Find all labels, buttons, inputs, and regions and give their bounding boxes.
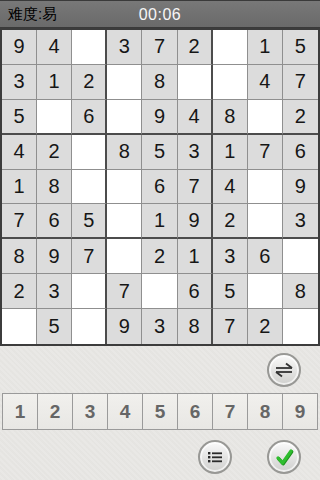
cell-r1c7[interactable] — [213, 30, 248, 65]
cell-r5c1[interactable]: 1 — [2, 170, 37, 205]
cell-r1c5[interactable]: 7 — [142, 30, 177, 65]
sudoku-board: 9437215312847569482428531761867497651923… — [0, 28, 320, 346]
numpad-key-4[interactable]: 4 — [108, 394, 143, 429]
cell-r4c9[interactable]: 6 — [283, 135, 318, 170]
cell-r7c5[interactable]: 2 — [142, 239, 177, 274]
numpad-key-3[interactable]: 3 — [73, 394, 108, 429]
cell-r8c8[interactable] — [248, 274, 283, 309]
numpad-key-1[interactable]: 1 — [3, 394, 38, 429]
cell-r5c2[interactable]: 8 — [37, 170, 72, 205]
cell-r9c8[interactable]: 2 — [248, 309, 283, 344]
cell-r2c9[interactable]: 7 — [283, 65, 318, 100]
cell-r4c8[interactable]: 7 — [248, 135, 283, 170]
cell-r7c7[interactable]: 3 — [213, 239, 248, 274]
cell-r5c3[interactable] — [72, 170, 107, 205]
cell-r4c3[interactable] — [72, 135, 107, 170]
confirm-button[interactable] — [267, 440, 301, 474]
cell-r4c7[interactable]: 1 — [213, 135, 248, 170]
cell-r5c4[interactable] — [107, 170, 142, 205]
cell-r6c1[interactable]: 7 — [2, 204, 37, 239]
numpad-key-5[interactable]: 5 — [143, 394, 178, 429]
cell-r3c3[interactable]: 6 — [72, 100, 107, 135]
numpad-key-2[interactable]: 2 — [38, 394, 73, 429]
numpad-key-8[interactable]: 8 — [248, 394, 283, 429]
cell-r5c8[interactable] — [248, 170, 283, 205]
cell-r8c4[interactable]: 7 — [107, 274, 142, 309]
cell-r6c8[interactable] — [248, 204, 283, 239]
swap-arrows-icon — [273, 359, 295, 381]
number-pad: 123456789 — [2, 393, 318, 430]
cell-r1c6[interactable]: 2 — [178, 30, 213, 65]
cell-r9c7[interactable]: 7 — [213, 309, 248, 344]
cell-r3c4[interactable] — [107, 100, 142, 135]
cell-r3c7[interactable]: 8 — [213, 100, 248, 135]
cell-r7c6[interactable]: 1 — [178, 239, 213, 274]
cell-r9c1[interactable] — [2, 309, 37, 344]
cell-r8c3[interactable] — [72, 274, 107, 309]
cell-r7c3[interactable]: 7 — [72, 239, 107, 274]
cell-r6c3[interactable]: 5 — [72, 204, 107, 239]
cell-r2c3[interactable]: 2 — [72, 65, 107, 100]
cell-r1c9[interactable]: 5 — [283, 30, 318, 65]
cell-r6c9[interactable]: 3 — [283, 204, 318, 239]
cell-r8c9[interactable]: 8 — [283, 274, 318, 309]
cell-r6c2[interactable]: 6 — [37, 204, 72, 239]
control-panel: 123456789 — [0, 346, 320, 480]
cell-r7c9[interactable] — [283, 239, 318, 274]
cell-r1c4[interactable]: 3 — [107, 30, 142, 65]
cell-r5c7[interactable]: 4 — [213, 170, 248, 205]
cell-r9c5[interactable]: 3 — [142, 309, 177, 344]
cell-r4c4[interactable]: 8 — [107, 135, 142, 170]
cell-r2c6[interactable] — [178, 65, 213, 100]
cell-r2c4[interactable] — [107, 65, 142, 100]
cell-r4c1[interactable]: 4 — [2, 135, 37, 170]
cell-r3c5[interactable]: 9 — [142, 100, 177, 135]
numpad-key-6[interactable]: 6 — [178, 394, 213, 429]
cell-r2c2[interactable]: 1 — [37, 65, 72, 100]
cell-r3c2[interactable] — [37, 100, 72, 135]
cell-r8c2[interactable]: 3 — [37, 274, 72, 309]
timer-display: 00:06 — [0, 1, 320, 27]
list-icon — [204, 446, 226, 468]
cell-r6c4[interactable] — [107, 204, 142, 239]
cell-r5c6[interactable]: 7 — [178, 170, 213, 205]
cell-r2c8[interactable]: 4 — [248, 65, 283, 100]
cell-r6c5[interactable]: 1 — [142, 204, 177, 239]
cell-r1c8[interactable]: 1 — [248, 30, 283, 65]
cell-r3c6[interactable]: 4 — [178, 100, 213, 135]
cell-r3c8[interactable] — [248, 100, 283, 135]
cell-r5c5[interactable]: 6 — [142, 170, 177, 205]
cell-r9c4[interactable]: 9 — [107, 309, 142, 344]
cell-r1c3[interactable] — [72, 30, 107, 65]
cell-r9c6[interactable]: 8 — [178, 309, 213, 344]
check-icon — [272, 445, 296, 469]
swap-mode-button[interactable] — [267, 353, 301, 387]
cell-r3c9[interactable]: 2 — [283, 100, 318, 135]
numpad-key-9[interactable]: 9 — [283, 394, 317, 429]
cell-r8c7[interactable]: 5 — [213, 274, 248, 309]
cell-r8c1[interactable]: 2 — [2, 274, 37, 309]
cell-r2c1[interactable]: 3 — [2, 65, 37, 100]
cell-r8c5[interactable] — [142, 274, 177, 309]
header-bar: 难度:易 00:06 — [0, 0, 320, 28]
cell-r7c8[interactable]: 6 — [248, 239, 283, 274]
cell-r7c1[interactable]: 8 — [2, 239, 37, 274]
cell-r9c3[interactable] — [72, 309, 107, 344]
cell-r7c4[interactable] — [107, 239, 142, 274]
cell-r7c2[interactable]: 9 — [37, 239, 72, 274]
cell-r6c7[interactable]: 2 — [213, 204, 248, 239]
cell-r1c1[interactable]: 9 — [2, 30, 37, 65]
cell-r6c6[interactable]: 9 — [178, 204, 213, 239]
cell-r9c9[interactable] — [283, 309, 318, 344]
list-button[interactable] — [198, 440, 232, 474]
cell-r4c6[interactable]: 3 — [178, 135, 213, 170]
cell-r3c1[interactable]: 5 — [2, 100, 37, 135]
cell-r9c2[interactable]: 5 — [37, 309, 72, 344]
cell-r8c6[interactable]: 6 — [178, 274, 213, 309]
cell-r4c5[interactable]: 5 — [142, 135, 177, 170]
cell-r5c9[interactable]: 9 — [283, 170, 318, 205]
cell-r4c2[interactable]: 2 — [37, 135, 72, 170]
cell-r2c5[interactable]: 8 — [142, 65, 177, 100]
numpad-key-7[interactable]: 7 — [213, 394, 248, 429]
cell-r2c7[interactable] — [213, 65, 248, 100]
cell-r1c2[interactable]: 4 — [37, 30, 72, 65]
